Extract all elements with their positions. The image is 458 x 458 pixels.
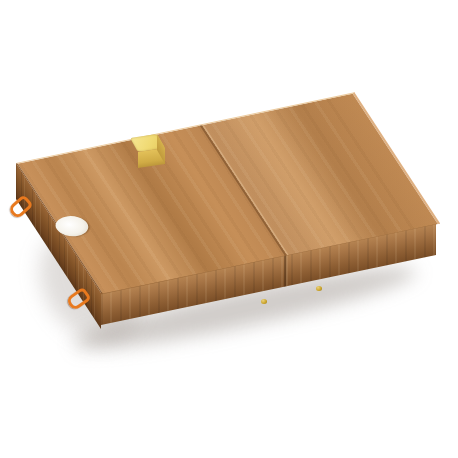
pieces-overlay: [0, 0, 458, 458]
barricade-board-photo: [0, 0, 458, 458]
orange-clasp-icon[interactable]: [65, 287, 92, 312]
hinge-pin: [261, 299, 267, 304]
orange-clasp-icon[interactable]: [7, 194, 33, 220]
hinge-pin: [316, 286, 322, 291]
